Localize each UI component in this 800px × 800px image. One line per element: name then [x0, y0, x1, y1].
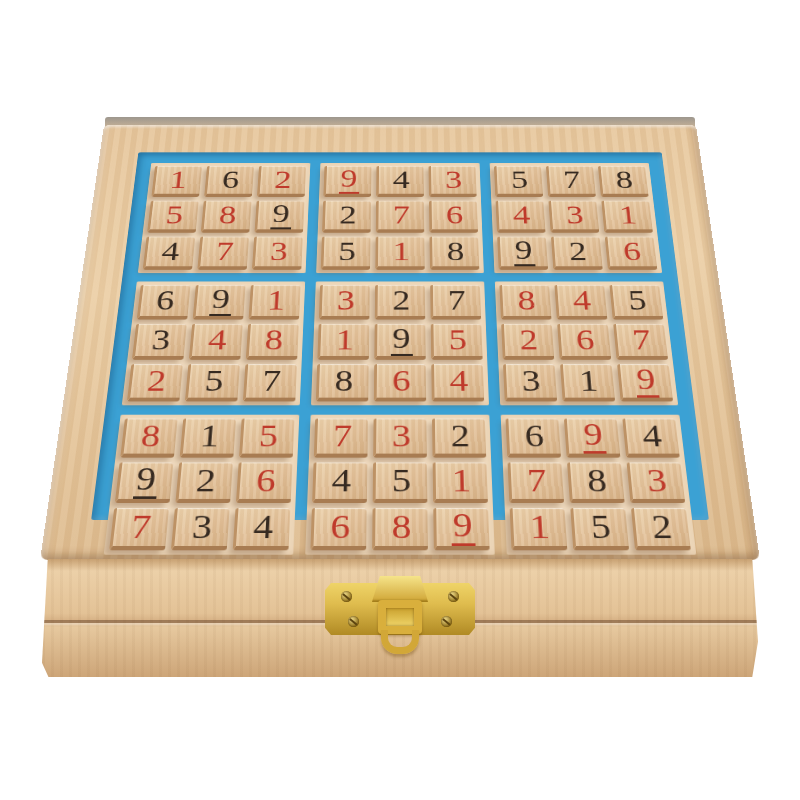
latch-ring [378, 600, 422, 634]
tile-r6c7[interactable]: 3 [503, 364, 557, 401]
tile-r5c2[interactable]: 4 [189, 324, 243, 360]
tile-digit: 1 [578, 366, 599, 396]
board-block-6: 845267319 [495, 281, 678, 405]
tile-digit: 6 [446, 202, 464, 228]
board-block-2: 943276518 [316, 163, 484, 273]
tile-digit: 2 [650, 510, 673, 544]
tile-digit: 5 [590, 510, 613, 544]
latch-buckle[interactable] [371, 576, 429, 662]
tile-r5c7[interactable]: 2 [501, 324, 554, 360]
tile-r6c6[interactable]: 4 [431, 364, 484, 401]
tile-r9c3[interactable]: 4 [233, 508, 291, 550]
tile-r4c6[interactable]: 7 [430, 285, 481, 320]
tile-r3c6[interactable]: 8 [430, 237, 480, 270]
tile-digit: 4 [572, 286, 592, 314]
tile-r5c4[interactable]: 1 [317, 324, 369, 360]
screw-icon [348, 616, 359, 627]
tile-r5c3[interactable]: 8 [246, 324, 299, 360]
tile-r2c6[interactable]: 6 [429, 201, 478, 233]
tile-digit: 1 [618, 202, 638, 228]
latch-loop [381, 630, 419, 654]
tile-r8c6[interactable]: 1 [433, 463, 488, 504]
box-lid-top: 1625894739432765185784319266913482573271… [40, 125, 760, 560]
tile-digit: 2 [568, 238, 588, 265]
tile-r3c4[interactable]: 5 [321, 237, 371, 270]
screw-icon [441, 616, 452, 627]
tile-r5c8[interactable]: 6 [557, 324, 611, 360]
tile-digit: 8 [218, 202, 237, 228]
sudoku-board: 1625894739432765185784319266913482573271… [91, 152, 709, 520]
tile-digit: 8 [392, 510, 412, 544]
box-lid-frame: 1625894739432765185784319266913482573271… [40, 125, 760, 560]
tile-digit: 3 [645, 464, 668, 497]
tile-r9c9[interactable]: 2 [631, 508, 691, 550]
tile-r1c8[interactable]: 7 [546, 166, 596, 197]
tile-digit: 5 [164, 202, 184, 228]
tile-digit: 1 [199, 420, 221, 452]
tile-digit: 1 [451, 464, 471, 497]
tile-digit: 6 [255, 464, 276, 497]
tile-r9c5[interactable]: 8 [372, 508, 428, 550]
tile-r4c2[interactable]: 9 [193, 285, 246, 320]
tile-digit: 2 [339, 202, 357, 228]
tile-r8c4[interactable]: 4 [312, 463, 367, 504]
tile-digit: 6 [155, 286, 176, 314]
tile-r7c6[interactable]: 2 [432, 419, 486, 458]
tile-digit: 8 [446, 238, 464, 265]
tile-r9c7[interactable]: 1 [510, 508, 568, 550]
board-block-1: 162589473 [138, 163, 311, 273]
tile-digit: 5 [510, 167, 528, 192]
tile-digit: 2 [392, 286, 410, 314]
tile-digit: 7 [631, 325, 652, 354]
tile-digit: 5 [448, 325, 467, 354]
tile-digit: 2 [146, 366, 168, 396]
tile-digit: 4 [512, 202, 531, 228]
tile-digit: 3 [337, 286, 356, 314]
tile-digit: 7 [393, 202, 410, 228]
tile-digit: 3 [445, 167, 463, 192]
tile-digit: 4 [449, 366, 468, 396]
tile-r4c5[interactable]: 2 [375, 285, 425, 320]
tile-r4c7[interactable]: 8 [499, 285, 551, 320]
tile-r7c7[interactable]: 6 [506, 419, 561, 458]
tile-digit: 9 [450, 508, 475, 546]
tile-r7c3[interactable]: 5 [239, 419, 294, 458]
board-blocks: 1625894739432765185784319266913482573271… [110, 163, 691, 506]
tile-digit: 6 [622, 238, 642, 265]
tile-r4c3[interactable]: 1 [249, 285, 301, 320]
tile-digit: 6 [221, 167, 240, 192]
tile-digit: 7 [448, 286, 467, 314]
tile-digit: 5 [627, 286, 648, 314]
tile-digit: 5 [338, 238, 356, 265]
tile-digit: 3 [521, 366, 541, 396]
tile-digit: 7 [333, 420, 353, 452]
tile-digit: 8 [140, 420, 162, 452]
tile-r3c8[interactable]: 2 [551, 237, 603, 270]
tile-r1c2[interactable]: 6 [204, 166, 254, 197]
board-block-9: 694783152 [501, 415, 697, 555]
tile-r6c4[interactable]: 8 [316, 364, 369, 401]
tile-r4c4[interactable]: 3 [319, 285, 370, 320]
tile-r2c3[interactable]: 9 [254, 201, 304, 233]
tile-digit: 6 [330, 510, 351, 544]
tile-digit: 6 [575, 325, 596, 354]
tile-digit: 7 [129, 510, 152, 544]
tile-r6c3[interactable]: 7 [243, 364, 297, 401]
tile-digit: 9 [270, 201, 292, 230]
board-block-3: 578431926 [490, 163, 663, 273]
tile-r5c1[interactable]: 3 [132, 324, 187, 360]
tile-r5c6[interactable]: 5 [431, 324, 483, 360]
tile-digit: 1 [266, 286, 285, 314]
tile-digit: 5 [258, 420, 279, 452]
tile-digit: 8 [614, 167, 634, 192]
screw-icon [448, 591, 459, 602]
tile-digit: 9 [390, 324, 412, 356]
tile-r8c2[interactable]: 2 [175, 463, 233, 504]
tile-r7c2[interactable]: 1 [180, 419, 236, 458]
tile-r3c5[interactable]: 1 [375, 237, 424, 270]
tile-digit: 4 [641, 420, 663, 452]
tile-r7c1[interactable]: 8 [120, 419, 177, 458]
tile-r7c4[interactable]: 7 [314, 419, 368, 458]
tile-r9c4[interactable]: 6 [310, 508, 366, 550]
tile-digit: 2 [450, 420, 470, 452]
tile-digit: 6 [524, 420, 545, 452]
tile-r9c2[interactable]: 3 [171, 508, 230, 550]
tile-digit: 1 [168, 167, 188, 192]
tile-r1c9[interactable]: 8 [598, 166, 649, 197]
sudoku-box-photo: 1625894739432765185784319266913482573271… [0, 0, 800, 800]
tile-r2c1[interactable]: 5 [147, 201, 199, 233]
tile-r6c9[interactable]: 9 [617, 364, 673, 401]
tile-r7c9[interactable]: 4 [622, 419, 679, 458]
latch-hood [372, 576, 428, 602]
tile-r2c2[interactable]: 8 [201, 201, 252, 233]
tile-r8c8[interactable]: 8 [567, 463, 625, 504]
tile-r6c2[interactable]: 5 [185, 364, 240, 401]
tile-digit: 9 [209, 285, 233, 316]
tile-digit: 7 [261, 366, 281, 396]
tile-digit: 1 [529, 510, 551, 544]
tile-digit: 9 [132, 463, 159, 499]
tile-r3c1[interactable]: 4 [143, 237, 196, 270]
tile-digit: 3 [191, 510, 214, 544]
tile-r9c8[interactable]: 5 [570, 508, 629, 550]
tile-r4c1[interactable]: 6 [137, 285, 191, 320]
tile-r8c5[interactable]: 5 [373, 463, 428, 504]
tile-digit: 5 [204, 366, 225, 396]
tile-digit: 7 [526, 464, 547, 497]
tile-r1c6[interactable]: 3 [429, 166, 477, 197]
tile-r1c4[interactable]: 9 [323, 166, 371, 197]
tile-digit: 9 [633, 364, 659, 397]
tile-digit: 8 [334, 366, 353, 396]
tile-digit: 7 [215, 238, 235, 265]
tile-digit: 5 [392, 464, 411, 497]
latch-clasp[interactable] [325, 576, 475, 662]
board-block-8: 732451689 [305, 415, 495, 555]
tile-r3c3[interactable]: 3 [252, 237, 303, 270]
tile-digit: 8 [517, 286, 537, 314]
tile-r8c3[interactable]: 6 [236, 463, 293, 504]
tile-digit: 4 [252, 510, 274, 544]
tile-r1c7[interactable]: 5 [494, 166, 543, 197]
tile-r1c5[interactable]: 4 [376, 166, 424, 197]
tile-digit: 3 [269, 238, 288, 265]
tile-digit: 8 [264, 325, 284, 354]
tile-digit: 9 [338, 166, 359, 194]
screw-icon [341, 591, 352, 602]
tile-r2c9[interactable]: 1 [601, 201, 653, 233]
tile-digit: 4 [160, 238, 180, 265]
tile-r3c2[interactable]: 7 [197, 237, 249, 270]
tile-digit: 1 [335, 325, 354, 354]
tile-digit: 2 [519, 325, 539, 354]
tile-digit: 6 [392, 366, 411, 396]
tile-r8c7[interactable]: 7 [508, 463, 565, 504]
tile-digit: 8 [586, 464, 608, 497]
tile-r9c6[interactable]: 9 [433, 508, 489, 550]
tile-digit: 1 [393, 238, 411, 265]
tile-digit: 3 [392, 420, 411, 452]
tile-r8c1[interactable]: 9 [115, 463, 174, 504]
tile-digit: 4 [331, 464, 351, 497]
tile-digit: 9 [580, 419, 606, 454]
tile-r5c5[interactable]: 9 [374, 324, 425, 360]
tile-r2c7[interactable]: 4 [496, 201, 546, 233]
tile-r6c8[interactable]: 1 [560, 364, 615, 401]
tile-r1c1[interactable]: 1 [151, 166, 202, 197]
tile-r5c9[interactable]: 7 [613, 324, 668, 360]
tile-digit: 7 [562, 167, 581, 192]
tile-r2c5[interactable]: 7 [376, 201, 425, 233]
tile-r2c8[interactable]: 3 [548, 201, 599, 233]
tile-r2c4[interactable]: 2 [322, 201, 371, 233]
board-block-5: 327195864 [311, 281, 489, 405]
tile-r3c9[interactable]: 6 [605, 237, 658, 270]
tile-digit: 4 [207, 325, 228, 354]
tile-digit: 2 [274, 167, 292, 192]
tile-r7c8[interactable]: 9 [564, 419, 620, 458]
tile-r6c5[interactable]: 6 [374, 364, 426, 401]
tile-r7c5[interactable]: 3 [373, 419, 427, 458]
tile-r4c8[interactable]: 4 [554, 285, 607, 320]
tile-r4c9[interactable]: 5 [609, 285, 663, 320]
tile-r6c1[interactable]: 2 [127, 364, 183, 401]
tile-r9c1[interactable]: 7 [109, 508, 169, 550]
tile-digit: 4 [393, 167, 410, 192]
board-block-7: 815926734 [104, 415, 300, 555]
tile-r8c9[interactable]: 3 [627, 463, 686, 504]
tile-r3c7[interactable]: 9 [497, 237, 548, 270]
tile-digit: 3 [565, 202, 584, 228]
tile-digit: 9 [512, 237, 535, 267]
tile-r1c3[interactable]: 2 [257, 166, 306, 197]
board-block-4: 691348257 [122, 281, 305, 405]
tile-digit: 2 [195, 464, 217, 497]
tile-digit: 3 [150, 325, 171, 354]
